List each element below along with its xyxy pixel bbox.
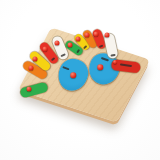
knob-left-white[interactable] xyxy=(55,41,60,46)
knob-right-white[interactable] xyxy=(105,33,110,38)
product-photo-scene xyxy=(0,0,160,160)
knob-left-palm[interactable] xyxy=(70,72,76,78)
knob-right-green[interactable] xyxy=(68,42,73,47)
knob-right-orange[interactable] xyxy=(85,33,90,38)
knob-right-yellow[interactable] xyxy=(76,37,81,42)
knob-right-thumb[interactable] xyxy=(113,60,117,64)
knob-left-yellow[interactable] xyxy=(33,57,38,62)
left-thumb-green[interactable] xyxy=(19,82,49,99)
knob-left-orange[interactable] xyxy=(29,66,34,71)
knob-left-thumb[interactable] xyxy=(27,87,32,92)
knob-right-palm[interactable] xyxy=(97,64,103,70)
knob-left-red[interactable] xyxy=(43,47,48,52)
pieces-layer xyxy=(0,0,160,160)
knob-right-red[interactable] xyxy=(94,32,99,37)
